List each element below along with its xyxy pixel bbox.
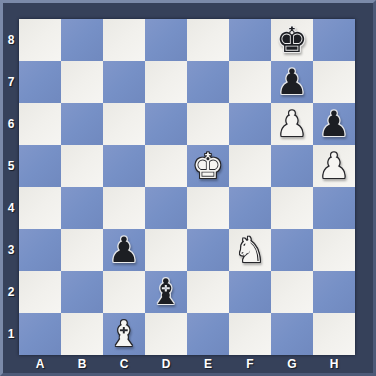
square-g7[interactable]: ♟ — [271, 61, 313, 103]
square-e4[interactable] — [187, 187, 229, 229]
square-c6[interactable] — [103, 103, 145, 145]
square-d4[interactable] — [145, 187, 187, 229]
square-h7[interactable] — [313, 61, 355, 103]
square-a2[interactable] — [19, 271, 61, 313]
white-knight[interactable]: ♞ — [234, 229, 265, 271]
square-e1[interactable] — [187, 313, 229, 355]
file-label-h: H — [313, 355, 355, 373]
rank-label-5: 5 — [3, 145, 19, 187]
square-c2[interactable] — [103, 271, 145, 313]
file-label-c: C — [103, 355, 145, 373]
white-king[interactable]: ♚ — [192, 145, 223, 187]
square-a7[interactable] — [19, 61, 61, 103]
square-g1[interactable] — [271, 313, 313, 355]
square-e8[interactable] — [187, 19, 229, 61]
square-b8[interactable] — [61, 19, 103, 61]
square-b4[interactable] — [61, 187, 103, 229]
black-pawn[interactable]: ♟ — [108, 229, 139, 271]
square-a6[interactable] — [19, 103, 61, 145]
black-pawn[interactable]: ♟ — [276, 61, 307, 103]
square-c3[interactable]: ♟ — [103, 229, 145, 271]
square-f3[interactable]: ♞ — [229, 229, 271, 271]
square-g8[interactable]: ♚ — [271, 19, 313, 61]
square-h1[interactable] — [313, 313, 355, 355]
rank-label-8: 8 — [3, 19, 19, 61]
white-bishop[interactable]: ♝ — [108, 313, 139, 355]
square-c4[interactable] — [103, 187, 145, 229]
white-pawn[interactable]: ♟ — [276, 103, 307, 145]
file-label-a: A — [19, 355, 61, 373]
square-f5[interactable] — [229, 145, 271, 187]
square-b1[interactable] — [61, 313, 103, 355]
rank-label-6: 6 — [3, 103, 19, 145]
square-a4[interactable] — [19, 187, 61, 229]
square-d2[interactable]: ♝ — [145, 271, 187, 313]
square-b5[interactable] — [61, 145, 103, 187]
square-f4[interactable] — [229, 187, 271, 229]
square-e3[interactable] — [187, 229, 229, 271]
square-f2[interactable] — [229, 271, 271, 313]
square-d3[interactable] — [145, 229, 187, 271]
white-pawn[interactable]: ♟ — [318, 145, 349, 187]
square-f6[interactable] — [229, 103, 271, 145]
square-b7[interactable] — [61, 61, 103, 103]
square-f7[interactable] — [229, 61, 271, 103]
square-a5[interactable] — [19, 145, 61, 187]
square-f1[interactable] — [229, 313, 271, 355]
square-h2[interactable] — [313, 271, 355, 313]
square-a1[interactable] — [19, 313, 61, 355]
square-g5[interactable] — [271, 145, 313, 187]
square-h3[interactable] — [313, 229, 355, 271]
square-b2[interactable] — [61, 271, 103, 313]
square-a8[interactable] — [19, 19, 61, 61]
square-a3[interactable] — [19, 229, 61, 271]
square-d7[interactable] — [145, 61, 187, 103]
black-king[interactable]: ♚ — [276, 19, 307, 61]
square-h6[interactable]: ♟ — [313, 103, 355, 145]
file-labels: ABCDEFGH — [19, 355, 355, 373]
file-label-f: F — [229, 355, 271, 373]
square-e5[interactable]: ♚ — [187, 145, 229, 187]
black-bishop[interactable]: ♝ — [150, 271, 181, 313]
square-c1[interactable]: ♝ — [103, 313, 145, 355]
square-b6[interactable] — [61, 103, 103, 145]
square-c8[interactable] — [103, 19, 145, 61]
rank-label-1: 1 — [3, 313, 19, 355]
rank-label-2: 2 — [3, 271, 19, 313]
file-label-e: E — [187, 355, 229, 373]
rank-label-3: 3 — [3, 229, 19, 271]
square-c5[interactable] — [103, 145, 145, 187]
square-g4[interactable] — [271, 187, 313, 229]
rank-label-7: 7 — [3, 61, 19, 103]
square-d5[interactable] — [145, 145, 187, 187]
square-d6[interactable] — [145, 103, 187, 145]
board: ♚♟♟♟♚♟♟♞♝♝ — [19, 19, 355, 355]
rank-label-4: 4 — [3, 187, 19, 229]
file-label-g: G — [271, 355, 313, 373]
square-e2[interactable] — [187, 271, 229, 313]
square-e6[interactable] — [187, 103, 229, 145]
square-d8[interactable] — [145, 19, 187, 61]
file-label-d: D — [145, 355, 187, 373]
square-e7[interactable] — [187, 61, 229, 103]
file-label-b: B — [61, 355, 103, 373]
square-b3[interactable] — [61, 229, 103, 271]
rank-labels: 87654321 — [3, 19, 19, 355]
square-g2[interactable] — [271, 271, 313, 313]
square-h8[interactable] — [313, 19, 355, 61]
black-pawn[interactable]: ♟ — [318, 103, 349, 145]
square-d1[interactable] — [145, 313, 187, 355]
square-g3[interactable] — [271, 229, 313, 271]
square-h5[interactable]: ♟ — [313, 145, 355, 187]
square-f8[interactable] — [229, 19, 271, 61]
square-h4[interactable] — [313, 187, 355, 229]
square-c7[interactable] — [103, 61, 145, 103]
square-g6[interactable]: ♟ — [271, 103, 313, 145]
chessboard-frame: 87654321 ♚♟♟♟♚♟♟♞♝♝ ABCDEFGH — [0, 0, 376, 376]
